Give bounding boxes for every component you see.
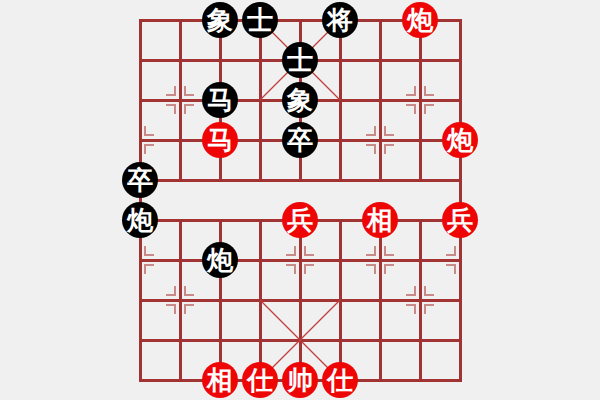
piece-black-elephant[interactable]: 象 (282, 82, 318, 118)
piece-black-advisor[interactable]: 士 (282, 42, 318, 78)
piece-red-advisor[interactable]: 仕 (242, 362, 278, 398)
pieces-layer: 象士将炮士马象马卒炮卒炮兵相兵炮相仕帅仕 (0, 0, 600, 400)
xiangqi-board-screenshot: 象士将炮士马象马卒炮卒炮兵相兵炮相仕帅仕 (0, 0, 600, 400)
piece-black-advisor[interactable]: 士 (242, 2, 278, 38)
piece-black-cannon[interactable]: 炮 (122, 202, 158, 238)
piece-red-elephant[interactable]: 相 (362, 202, 398, 238)
piece-red-horse[interactable]: 马 (202, 122, 238, 158)
piece-red-advisor[interactable]: 仕 (322, 362, 358, 398)
piece-red-soldier[interactable]: 兵 (282, 202, 318, 238)
piece-red-cannon[interactable]: 炮 (442, 122, 478, 158)
piece-black-elephant[interactable]: 象 (202, 2, 238, 38)
piece-black-cannon[interactable]: 炮 (202, 242, 238, 278)
piece-red-soldier[interactable]: 兵 (442, 202, 478, 238)
piece-red-cannon[interactable]: 炮 (402, 2, 438, 38)
piece-black-soldier[interactable]: 卒 (282, 122, 318, 158)
piece-red-general[interactable]: 帅 (282, 362, 318, 398)
piece-red-elephant[interactable]: 相 (202, 362, 238, 398)
piece-black-general[interactable]: 将 (322, 2, 358, 38)
piece-black-horse[interactable]: 马 (202, 82, 238, 118)
piece-black-soldier[interactable]: 卒 (122, 162, 158, 198)
